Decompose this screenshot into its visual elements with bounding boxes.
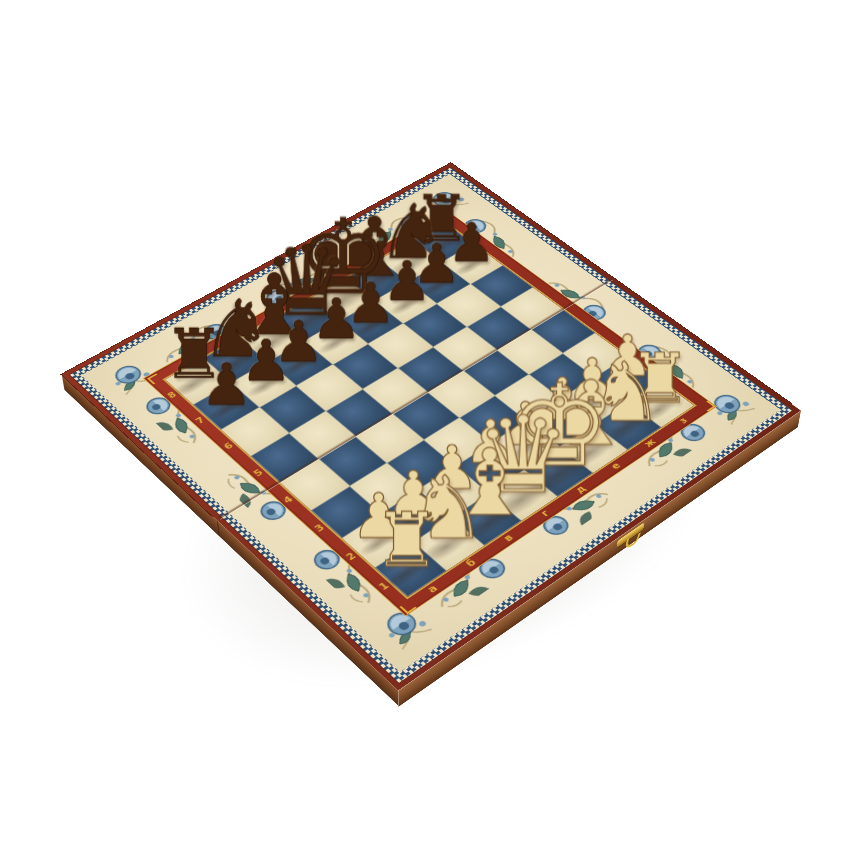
product-photo: абвгдежз12345678 ♜♞♝♛♚♝♞♜♟♟♟♟♟♟♟♟♟♟♟♟♟♟♟… (0, 0, 850, 850)
white-rook-glyph: ♜ (330, 506, 484, 577)
black-pawn-glyph: ♟ (156, 356, 298, 411)
